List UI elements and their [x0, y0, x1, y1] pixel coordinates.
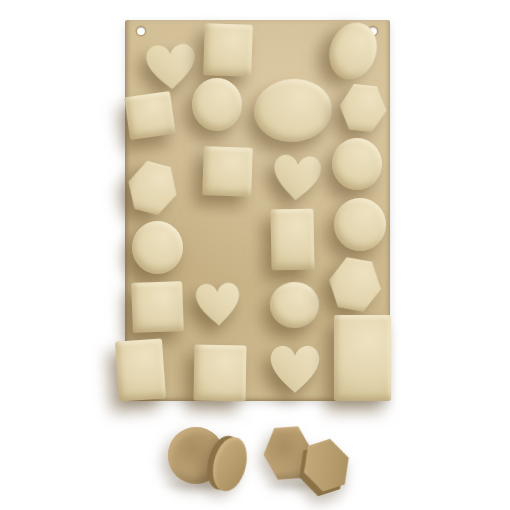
circle-face	[192, 78, 242, 131]
square-box	[131, 281, 184, 333]
circle-box	[332, 138, 382, 190]
circle-box	[192, 78, 242, 131]
heart-box	[269, 149, 325, 206]
square-box	[202, 146, 253, 197]
circle-box	[334, 198, 386, 251]
rect-box	[270, 209, 314, 271]
heart-shape	[269, 149, 325, 206]
square-face	[203, 23, 253, 77]
heart-box	[143, 39, 200, 96]
heart-box	[268, 341, 322, 398]
rect-face	[334, 315, 391, 401]
heart-shape	[143, 39, 200, 96]
product-photo	[0, 0, 510, 510]
heart-shape	[193, 278, 244, 331]
circle-face	[332, 138, 382, 190]
square-face	[131, 281, 184, 333]
circle-face	[334, 198, 386, 251]
heart-shape	[268, 341, 322, 398]
heart-box	[193, 278, 244, 331]
square-box	[194, 345, 247, 402]
square-face	[194, 345, 247, 402]
oval-box	[251, 76, 334, 146]
square-face	[115, 338, 166, 401]
square-box	[203, 23, 253, 77]
oval-face	[251, 76, 334, 146]
square-face	[202, 146, 253, 197]
rect-box	[334, 315, 391, 401]
hexagon-face	[323, 253, 388, 317]
oval-box	[268, 280, 320, 329]
rect-face	[270, 209, 314, 271]
hexagon-face	[336, 81, 391, 136]
oval-face	[268, 280, 320, 329]
hanging-hole-left	[137, 27, 145, 35]
square-box	[115, 338, 166, 401]
circle-box	[132, 221, 183, 274]
hexagon-box	[336, 81, 391, 136]
rect-box	[124, 91, 176, 140]
rect-face	[124, 91, 176, 140]
hexagon-box	[323, 253, 388, 317]
circle-face	[132, 221, 183, 274]
